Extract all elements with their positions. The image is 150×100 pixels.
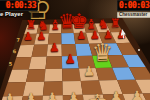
piece-white-pawn-a2[interactable]: ♟: [3, 92, 17, 100]
piece-black-pawn-d5[interactable]: ♟: [64, 53, 75, 66]
piece-white-bishop-f1[interactable]: ♝: [111, 99, 130, 100]
piece-black-pawn-c6[interactable]: ♟: [49, 42, 60, 54]
black-player-label: Chessmaster: [117, 12, 150, 18]
white-player-name: White Player: [0, 11, 23, 17]
piece-white-pawn-e4[interactable]: ♟: [83, 65, 95, 78]
piece-white-pawn-d2[interactable]: ♟: [67, 91, 81, 100]
white-speck: [138, 49, 140, 51]
piece-white-king-e1[interactable]: ♚: [84, 90, 112, 100]
black-clock: 0:00:03: [117, 0, 150, 11]
white-clock-time: 0:00:33: [6, 1, 36, 10]
white-clock: 0:00:33: [0, 0, 38, 11]
black-player-name: Chessmaster: [119, 12, 147, 17]
black-clock-time: 0:00:03: [119, 1, 149, 10]
piece-white-pawn-b2[interactable]: ♟: [24, 92, 38, 100]
piece-white-queen-f5[interactable]: ♛: [92, 42, 114, 66]
white-player-label: White Player: [0, 11, 39, 18]
piece-black-pawn-b7[interactable]: ♟: [36, 31, 46, 42]
piece-black-pawn-e7[interactable]: ♟: [76, 30, 86, 41]
game-screen: ♔ 765 ♜♞♝♛♚♝♞♜♟♟♟♟♟♟♟♟♛♟♟♟♟♟♟♟♟♜♞♝♚♝♞♜ 0…: [0, 0, 150, 100]
piece-black-pawn-a7[interactable]: ♟: [23, 31, 33, 42]
